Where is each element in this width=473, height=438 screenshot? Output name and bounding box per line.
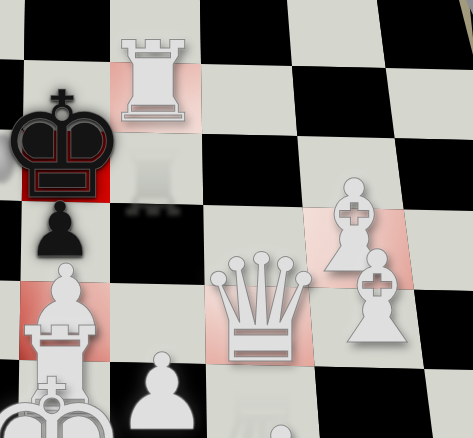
piece-white-queen-f4[interactable]: ♛ <box>194 234 328 384</box>
piece-white-bishop-g4[interactable]: ♝ <box>320 234 435 362</box>
chessboard-3d: ♜♛ ♜♚♟♝♟♛♝♜♟♚♟ <box>0 0 473 438</box>
piece-white-king-d2[interactable]: ♚ <box>0 356 130 438</box>
piece-white-pawn-f2[interactable]: ♟ <box>223 410 340 438</box>
